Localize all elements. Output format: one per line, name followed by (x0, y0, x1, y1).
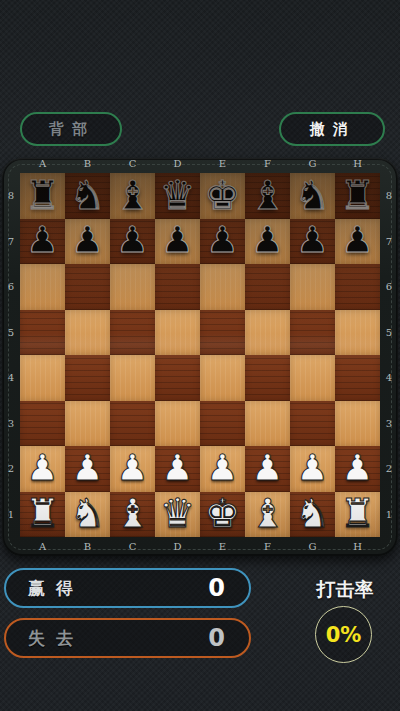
piece-black-pawn: ♟ (161, 222, 193, 258)
square-b7[interactable]: ♟ (65, 219, 110, 265)
square-c7[interactable]: ♟ (110, 219, 155, 265)
square-g5[interactable] (290, 310, 335, 356)
piece-black-queen: ♛ (160, 175, 196, 215)
square-e7[interactable]: ♟ (200, 219, 245, 265)
square-h2[interactable]: ♟ (335, 446, 380, 492)
file-label: H (335, 158, 380, 173)
square-c4[interactable] (110, 355, 155, 401)
file-labels-top: ABCDEFGH (20, 158, 380, 173)
square-g1[interactable]: ♞ (290, 492, 335, 538)
square-a7[interactable]: ♟ (20, 219, 65, 265)
square-e4[interactable] (200, 355, 245, 401)
square-b4[interactable] (65, 355, 110, 401)
square-a3[interactable] (20, 401, 65, 447)
rank-label: 5 (380, 310, 398, 356)
piece-white-bishop: ♝ (250, 493, 286, 533)
hit-rate-label: 打击率 (306, 577, 384, 603)
square-a2[interactable]: ♟ (20, 446, 65, 492)
piece-white-pawn: ♟ (71, 450, 103, 486)
file-label: G (290, 158, 335, 173)
square-e2[interactable]: ♟ (200, 446, 245, 492)
piece-black-pawn: ♟ (116, 222, 148, 258)
rank-label: 4 (2, 355, 20, 401)
square-f6[interactable] (245, 264, 290, 310)
chess-board-frame: ABCDEFGH ABCDEFGH 87654321 87654321 ♜♞♝♛… (2, 158, 398, 556)
piece-black-pawn: ♟ (296, 222, 328, 258)
piece-white-bishop: ♝ (115, 493, 151, 533)
rank-label: 5 (2, 310, 20, 356)
square-a5[interactable] (20, 310, 65, 356)
piece-white-pawn: ♟ (251, 450, 283, 486)
file-label: D (155, 541, 200, 552)
square-b2[interactable]: ♟ (65, 446, 110, 492)
square-h1[interactable]: ♜ (335, 492, 380, 538)
piece-black-pawn: ♟ (341, 222, 373, 258)
square-c2[interactable]: ♟ (110, 446, 155, 492)
piece-white-pawn: ♟ (161, 450, 193, 486)
rank-label: 3 (380, 401, 398, 447)
square-e6[interactable] (200, 264, 245, 310)
piece-black-king: ♚ (205, 175, 241, 215)
square-b3[interactable] (65, 401, 110, 447)
rank-label: 2 (380, 446, 398, 492)
square-a4[interactable] (20, 355, 65, 401)
square-f1[interactable]: ♝ (245, 492, 290, 538)
file-labels-bottom: ABCDEFGH (20, 537, 380, 556)
square-c1[interactable]: ♝ (110, 492, 155, 538)
square-g2[interactable]: ♟ (290, 446, 335, 492)
piece-white-pawn: ♟ (26, 450, 58, 486)
piece-white-knight: ♞ (70, 493, 106, 533)
square-c5[interactable] (110, 310, 155, 356)
square-g3[interactable] (290, 401, 335, 447)
piece-white-knight: ♞ (295, 493, 331, 533)
square-h7[interactable]: ♟ (335, 219, 380, 265)
square-g6[interactable] (290, 264, 335, 310)
square-f4[interactable] (245, 355, 290, 401)
file-label: C (110, 541, 155, 552)
file-label: B (65, 158, 110, 173)
square-h5[interactable] (335, 310, 380, 356)
file-label: D (155, 158, 200, 173)
square-h4[interactable] (335, 355, 380, 401)
square-h8[interactable]: ♜ (335, 173, 380, 219)
piece-white-pawn: ♟ (116, 450, 148, 486)
piece-black-pawn: ♟ (251, 222, 283, 258)
piece-white-rook: ♜ (340, 493, 376, 533)
square-f7[interactable]: ♟ (245, 219, 290, 265)
piece-black-rook: ♜ (25, 175, 61, 215)
square-f3[interactable] (245, 401, 290, 447)
rank-label: 1 (2, 492, 20, 538)
piece-black-pawn: ♟ (71, 222, 103, 258)
rank-label: 1 (380, 492, 398, 538)
file-label: E (200, 158, 245, 173)
piece-black-pawn: ♟ (26, 222, 58, 258)
chess-board[interactable]: ♜♞♝♛♚♝♞♜♟♟♟♟♟♟♟♟♟♟♟♟♟♟♟♟♜♞♝♛♚♝♞♜ (20, 173, 380, 537)
square-d6[interactable] (155, 264, 200, 310)
rank-label: 3 (2, 401, 20, 447)
file-label: A (20, 158, 65, 173)
square-d1[interactable]: ♛ (155, 492, 200, 538)
piece-white-king: ♚ (205, 493, 241, 533)
file-label: B (65, 541, 110, 552)
rank-labels-left: 87654321 (2, 173, 20, 537)
square-d3[interactable] (155, 401, 200, 447)
hit-rate-value: 0% (326, 623, 362, 647)
square-e5[interactable] (200, 310, 245, 356)
undo-button[interactable]: 撤消 (279, 112, 385, 146)
square-b5[interactable] (65, 310, 110, 356)
square-h6[interactable] (335, 264, 380, 310)
piece-white-pawn: ♟ (296, 450, 328, 486)
hit-rate-badge: 0% (315, 606, 372, 663)
file-label: C (110, 158, 155, 173)
won-label: 赢得 (28, 577, 84, 600)
rank-label: 8 (2, 173, 20, 219)
piece-white-pawn: ♟ (341, 450, 373, 486)
piece-black-knight: ♞ (295, 175, 331, 215)
square-a6[interactable] (20, 264, 65, 310)
rank-label: 8 (380, 173, 398, 219)
rank-label: 6 (2, 264, 20, 310)
square-c8[interactable]: ♝ (110, 173, 155, 219)
rank-label: 6 (380, 264, 398, 310)
piece-black-rook: ♜ (340, 175, 376, 215)
piece-black-knight: ♞ (70, 175, 106, 215)
file-label: E (200, 541, 245, 552)
file-label: H (335, 541, 380, 552)
lost-value: 0 (208, 624, 225, 652)
square-c3[interactable] (110, 401, 155, 447)
won-value: 0 (208, 574, 225, 602)
won-counter: 赢得 0 (4, 568, 251, 608)
piece-black-bishop: ♝ (115, 175, 151, 215)
rank-label: 7 (380, 219, 398, 265)
square-d2[interactable]: ♟ (155, 446, 200, 492)
square-d4[interactable] (155, 355, 200, 401)
lost-counter: 失去 0 (4, 618, 251, 658)
square-g8[interactable]: ♞ (290, 173, 335, 219)
square-d7[interactable]: ♟ (155, 219, 200, 265)
file-label: G (290, 541, 335, 552)
square-f8[interactable]: ♝ (245, 173, 290, 219)
square-f5[interactable] (245, 310, 290, 356)
square-c6[interactable] (110, 264, 155, 310)
rank-label: 2 (2, 446, 20, 492)
rank-label: 7 (2, 219, 20, 265)
square-d8[interactable]: ♛ (155, 173, 200, 219)
square-g4[interactable] (290, 355, 335, 401)
rank-label: 4 (380, 355, 398, 401)
piece-white-pawn: ♟ (206, 450, 238, 486)
square-f2[interactable]: ♟ (245, 446, 290, 492)
file-label: A (20, 541, 65, 552)
square-e1[interactable]: ♚ (200, 492, 245, 538)
square-h3[interactable] (335, 401, 380, 447)
square-a8[interactable]: ♜ (20, 173, 65, 219)
piece-white-rook: ♜ (25, 493, 61, 533)
square-g7[interactable]: ♟ (290, 219, 335, 265)
square-b8[interactable]: ♞ (65, 173, 110, 219)
square-e8[interactable]: ♚ (200, 173, 245, 219)
back-button[interactable]: 背部 (20, 112, 122, 146)
lost-label: 失去 (28, 627, 84, 650)
square-b6[interactable] (65, 264, 110, 310)
square-d5[interactable] (155, 310, 200, 356)
file-label: F (245, 541, 290, 552)
piece-black-bishop: ♝ (250, 175, 286, 215)
piece-white-queen: ♛ (160, 493, 196, 533)
file-label: F (245, 158, 290, 173)
square-e3[interactable] (200, 401, 245, 447)
square-a1[interactable]: ♜ (20, 492, 65, 538)
square-b1[interactable]: ♞ (65, 492, 110, 538)
piece-black-pawn: ♟ (206, 222, 238, 258)
rank-labels-right: 87654321 (380, 173, 398, 537)
